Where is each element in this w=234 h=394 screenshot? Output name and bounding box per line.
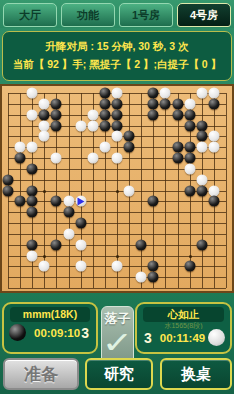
last-move-marker (77, 198, 84, 206)
white-stone[interactable] (208, 131, 219, 142)
white-stone[interactable] (196, 88, 207, 99)
black-stone[interactable] (184, 109, 195, 120)
black-stone[interactable] (112, 120, 123, 131)
white-stone[interactable] (196, 174, 207, 185)
white-player-name: 心如止 (143, 307, 224, 322)
black-stone[interactable] (172, 153, 183, 164)
white-stone[interactable] (87, 109, 98, 120)
black-stone[interactable] (208, 98, 219, 109)
star-point (43, 190, 46, 193)
black-stone[interactable] (99, 120, 110, 131)
go-app-window: 大厅 功能 1号房 4号房 升降对局 : 15 分钟, 30 秒, 3 次 当前… (0, 0, 234, 394)
game-rules-text: 升降对局 : 15 分钟, 30 秒, 3 次 (3, 40, 231, 54)
white-stone[interactable] (196, 142, 207, 153)
bottom-panel: mmm(18K) 00:09:10 3 落子 ✓ 心如止 水1565(8段) 3… (0, 293, 234, 394)
tab-room-4[interactable]: 4号房 (177, 3, 231, 27)
black-stone[interactable] (15, 153, 26, 164)
black-player-clock: 00:09:10 (34, 327, 80, 339)
black-byoyomi-count: 3 (81, 325, 89, 341)
game-info-panel: 升降对局 : 15 分钟, 30 秒, 3 次 当前【 92 】手; 黑提子【 … (2, 31, 232, 81)
black-stone[interactable] (184, 142, 195, 153)
black-stone[interactable] (39, 109, 50, 120)
black-stone[interactable] (184, 153, 195, 164)
white-stone[interactable] (208, 185, 219, 196)
white-stone[interactable] (87, 153, 98, 164)
grid-line (8, 288, 226, 289)
grid-line (226, 93, 227, 288)
black-stone[interactable] (51, 98, 62, 109)
black-player-name: mmm(18K) (10, 307, 90, 322)
grid-line (8, 223, 226, 224)
white-stone-icon (208, 329, 225, 346)
white-stone[interactable] (15, 142, 26, 153)
star-point (116, 255, 119, 258)
black-stone-icon (9, 324, 26, 341)
grid-line (153, 93, 154, 288)
black-stone[interactable] (136, 239, 147, 250)
game-status-text: 当前【 92 】手; 黑提子【 2 】;白提子【 0 】 (3, 58, 231, 72)
black-stone[interactable] (184, 261, 195, 272)
black-stone[interactable] (124, 131, 135, 142)
tab-lobby[interactable]: 大厅 (3, 3, 57, 27)
study-button[interactable]: 研究 (85, 358, 153, 390)
black-stone[interactable] (99, 98, 110, 109)
white-stone[interactable] (27, 250, 38, 261)
grid-line (178, 93, 179, 288)
black-stone[interactable] (148, 109, 159, 120)
white-stone[interactable] (99, 142, 110, 153)
white-stone[interactable] (27, 109, 38, 120)
black-stone[interactable] (124, 142, 135, 153)
black-stone[interactable] (148, 272, 159, 283)
black-stone[interactable] (63, 207, 74, 218)
black-stone[interactable] (27, 163, 38, 174)
white-stone[interactable] (27, 142, 38, 153)
grid-line (8, 245, 226, 246)
black-stone[interactable] (148, 196, 159, 207)
white-stone[interactable] (51, 153, 62, 164)
white-player-clock: 00:11:49 (160, 332, 205, 344)
black-stone[interactable] (112, 98, 123, 109)
grid-line (8, 212, 226, 213)
tab-functions[interactable]: 功能 (61, 3, 115, 27)
white-stone[interactable] (160, 88, 171, 99)
black-stone[interactable] (27, 185, 38, 196)
white-player-panel: 心如止 水1565(8段) 3 00:11:49 (135, 302, 232, 354)
black-stone[interactable] (172, 109, 183, 120)
black-stone[interactable] (148, 98, 159, 109)
grid-line (165, 93, 166, 288)
white-stone[interactable] (63, 228, 74, 239)
tab-bar: 大厅 功能 1号房 4号房 (0, 0, 234, 28)
go-board[interactable] (0, 84, 234, 293)
grid-line (8, 234, 226, 235)
white-stone[interactable] (39, 120, 50, 131)
star-point (116, 190, 119, 193)
black-stone[interactable] (208, 196, 219, 207)
black-stone[interactable] (27, 207, 38, 218)
white-stone[interactable] (112, 88, 123, 99)
star-point (43, 255, 46, 258)
black-stone[interactable] (3, 185, 14, 196)
black-stone[interactable] (51, 120, 62, 131)
white-stone[interactable] (184, 98, 195, 109)
black-stone[interactable] (75, 218, 86, 229)
grid-line (8, 277, 226, 278)
grid-line (141, 93, 142, 288)
confirm-check-icon: ✓ (102, 328, 133, 358)
black-stone[interactable] (184, 185, 195, 196)
black-stone[interactable] (112, 109, 123, 120)
grid-line (8, 201, 226, 202)
place-stone-button[interactable]: 落子 ✓ (101, 306, 134, 364)
black-stone[interactable] (27, 196, 38, 207)
swap-table-button[interactable]: 换桌 (160, 358, 232, 390)
white-stone[interactable] (75, 239, 86, 250)
white-stone[interactable] (75, 261, 86, 272)
white-stone[interactable] (75, 196, 86, 207)
white-stone[interactable] (136, 272, 147, 283)
white-stone[interactable] (112, 261, 123, 272)
white-stone[interactable] (75, 120, 86, 131)
black-stone[interactable] (99, 88, 110, 99)
black-stone[interactable] (27, 239, 38, 250)
white-stone[interactable] (112, 131, 123, 142)
white-stone[interactable] (208, 142, 219, 153)
star-point (189, 255, 192, 258)
white-stone[interactable] (39, 98, 50, 109)
white-stone[interactable] (39, 261, 50, 272)
black-stone[interactable] (196, 120, 207, 131)
white-byoyomi-count: 3 (144, 330, 152, 346)
black-stone[interactable] (184, 120, 195, 131)
white-stone[interactable] (112, 153, 123, 164)
white-stone[interactable] (124, 185, 135, 196)
black-stone[interactable] (160, 98, 171, 109)
black-stone[interactable] (51, 196, 62, 207)
white-player-rating: 水1565(8段) (140, 322, 227, 329)
black-stone[interactable] (196, 131, 207, 142)
black-stone[interactable] (196, 185, 207, 196)
black-stone[interactable] (51, 239, 62, 250)
black-stone[interactable] (51, 109, 62, 120)
white-stone[interactable] (87, 120, 98, 131)
white-stone[interactable] (27, 88, 38, 99)
white-stone[interactable] (39, 131, 50, 142)
ready-button[interactable]: 准备 (3, 358, 79, 390)
black-stone[interactable] (99, 109, 110, 120)
white-stone[interactable] (208, 88, 219, 99)
black-player-panel: mmm(18K) 00:09:10 3 (2, 302, 98, 354)
black-stone[interactable] (15, 196, 26, 207)
white-stone[interactable] (63, 196, 74, 207)
white-stone[interactable] (184, 163, 195, 174)
black-stone[interactable] (196, 239, 207, 250)
black-stone[interactable] (172, 142, 183, 153)
tab-room-1[interactable]: 1号房 (119, 3, 173, 27)
black-stone[interactable] (3, 174, 14, 185)
black-stone[interactable] (148, 88, 159, 99)
black-stone[interactable] (172, 98, 183, 109)
black-stone[interactable] (148, 261, 159, 272)
